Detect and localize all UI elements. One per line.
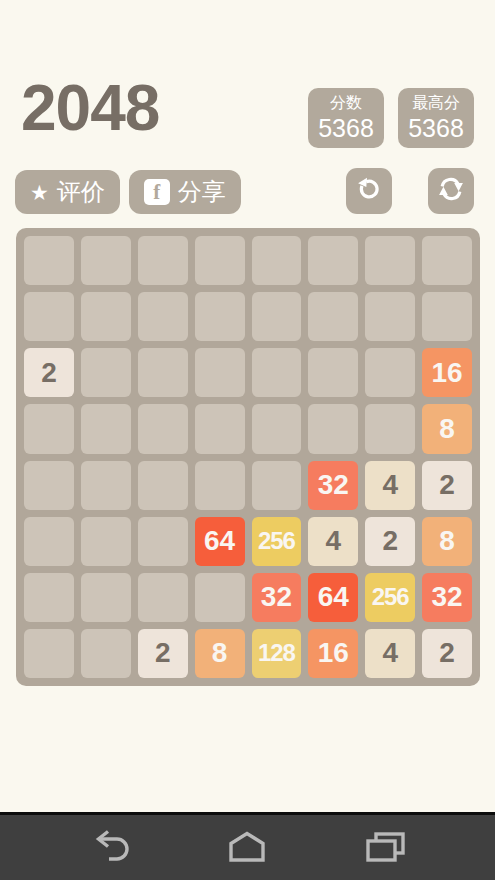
refresh-icon xyxy=(437,175,465,207)
empty-cell-r4c3 xyxy=(138,404,188,453)
score-value: 5368 xyxy=(318,113,374,143)
empty-cell-r6c3 xyxy=(138,517,188,566)
empty-cell-r2c3 xyxy=(138,292,188,341)
empty-cell-r5c1 xyxy=(24,461,74,510)
empty-cell-r7c2 xyxy=(81,573,131,622)
tile-64-r7c6: 64 xyxy=(308,573,358,622)
tile-2-r3c1: 2 xyxy=(24,348,74,397)
tile-256-r7c7: 256 xyxy=(365,573,415,622)
tile-2-r8c8: 2 xyxy=(422,629,472,678)
rate-button[interactable]: ★ 评价 xyxy=(15,170,120,214)
empty-cell-r5c2 xyxy=(81,461,131,510)
tile-8-r8c4: 8 xyxy=(195,629,245,678)
empty-cell-r6c2 xyxy=(81,517,131,566)
recents-icon xyxy=(359,827,411,870)
toolbar-left: ★ 评价 f 分享 xyxy=(15,170,241,214)
back-arrow-icon xyxy=(84,827,136,870)
recents-button[interactable] xyxy=(357,827,413,869)
toolbar-right xyxy=(346,168,474,214)
tile-8-r6c8: 8 xyxy=(422,517,472,566)
score-label: 分数 xyxy=(330,93,362,112)
empty-cell-r3c7 xyxy=(365,348,415,397)
share-button-label: 分享 xyxy=(178,176,226,208)
home-button[interactable] xyxy=(219,827,275,869)
tile-2-r8c3: 2 xyxy=(138,629,188,678)
android-navbar xyxy=(0,812,495,880)
undo-icon xyxy=(355,175,383,207)
empty-cell-r5c5 xyxy=(252,461,302,510)
best-score-box: 最高分 5368 xyxy=(398,88,474,148)
empty-cell-r6c1 xyxy=(24,517,74,566)
empty-cell-r2c8 xyxy=(422,292,472,341)
app-screen: 2048 分数 5368 最高分 5368 ★ 评价 f 分享 xyxy=(0,0,495,880)
tile-4-r6c6: 4 xyxy=(308,517,358,566)
empty-cell-r4c4 xyxy=(195,404,245,453)
home-icon xyxy=(221,827,273,870)
tile-16-r3c8: 16 xyxy=(422,348,472,397)
empty-cell-r2c1 xyxy=(24,292,74,341)
tile-2-r5c8: 2 xyxy=(422,461,472,510)
empty-cell-r1c6 xyxy=(308,236,358,285)
empty-cell-r5c3 xyxy=(138,461,188,510)
empty-cell-r1c1 xyxy=(24,236,74,285)
empty-cell-r3c5 xyxy=(252,348,302,397)
page-title: 2048 xyxy=(21,76,159,140)
star-icon: ★ xyxy=(30,182,49,203)
empty-cell-r1c4 xyxy=(195,236,245,285)
tile-128-r8c5: 128 xyxy=(252,629,302,678)
tile-2-r6c7: 2 xyxy=(365,517,415,566)
tile-32-r5c6: 32 xyxy=(308,461,358,510)
empty-cell-r4c7 xyxy=(365,404,415,453)
empty-cell-r1c2 xyxy=(81,236,131,285)
restart-button[interactable] xyxy=(428,168,474,214)
rate-button-label: 评价 xyxy=(57,176,105,208)
empty-cell-r4c6 xyxy=(308,404,358,453)
tile-256-r6c5: 256 xyxy=(252,517,302,566)
empty-cell-r1c7 xyxy=(365,236,415,285)
empty-cell-r7c3 xyxy=(138,573,188,622)
empty-cell-r2c5 xyxy=(252,292,302,341)
empty-cell-r8c2 xyxy=(81,629,131,678)
empty-cell-r8c1 xyxy=(24,629,74,678)
tile-8-r4c8: 8 xyxy=(422,404,472,453)
empty-cell-r4c2 xyxy=(81,404,131,453)
empty-cell-r7c1 xyxy=(24,573,74,622)
empty-cell-r2c7 xyxy=(365,292,415,341)
board[interactable]: 2168324264256428326425632281281642 xyxy=(16,228,480,686)
undo-button[interactable] xyxy=(346,168,392,214)
empty-cell-r7c4 xyxy=(195,573,245,622)
score-row: 分数 5368 最高分 5368 xyxy=(308,88,474,148)
score-box: 分数 5368 xyxy=(308,88,384,148)
empty-cell-r2c4 xyxy=(195,292,245,341)
tile-32-r7c8: 32 xyxy=(422,573,472,622)
empty-cell-r5c4 xyxy=(195,461,245,510)
facebook-icon: f xyxy=(144,179,170,205)
best-score-label: 最高分 xyxy=(412,93,460,112)
empty-cell-r1c3 xyxy=(138,236,188,285)
tile-64-r6c4: 64 xyxy=(195,517,245,566)
back-button[interactable] xyxy=(82,827,138,869)
share-button[interactable]: f 分享 xyxy=(129,170,241,214)
empty-cell-r4c1 xyxy=(24,404,74,453)
empty-cell-r3c4 xyxy=(195,348,245,397)
empty-cell-r2c6 xyxy=(308,292,358,341)
tile-4-r5c7: 4 xyxy=(365,461,415,510)
tile-16-r8c6: 16 xyxy=(308,629,358,678)
empty-cell-r3c2 xyxy=(81,348,131,397)
empty-cell-r3c3 xyxy=(138,348,188,397)
best-score-value: 5368 xyxy=(408,113,464,143)
empty-cell-r2c2 xyxy=(81,292,131,341)
empty-cell-r3c6 xyxy=(308,348,358,397)
empty-cell-r1c8 xyxy=(422,236,472,285)
empty-cell-r1c5 xyxy=(252,236,302,285)
tile-32-r7c5: 32 xyxy=(252,573,302,622)
empty-cell-r4c5 xyxy=(252,404,302,453)
tile-4-r8c7: 4 xyxy=(365,629,415,678)
